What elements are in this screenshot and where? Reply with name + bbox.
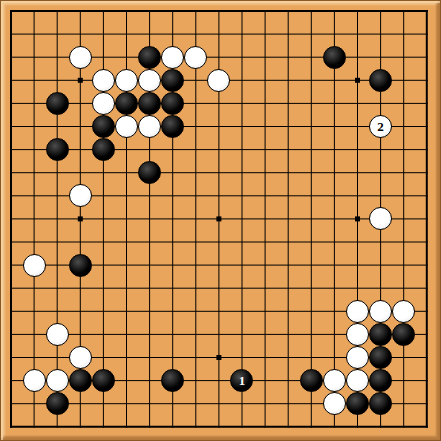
stone-white-D4[interactable] [69, 346, 92, 369]
stones-layer: 21 [0, 0, 438, 438]
stone-white-R14[interactable]: 2 [369, 115, 392, 138]
stone-black-P17[interactable] [323, 46, 346, 69]
stone-white-R6[interactable] [369, 300, 392, 323]
stone-white-S6[interactable] [392, 300, 415, 323]
stone-black-H3[interactable] [161, 369, 184, 392]
stone-black-C15[interactable] [46, 92, 69, 115]
stone-white-Q6[interactable] [346, 300, 369, 323]
stone-white-C5[interactable] [46, 323, 69, 346]
stone-white-E16[interactable] [92, 69, 115, 92]
stone-black-R5[interactable] [369, 323, 392, 346]
stone-black-H16[interactable] [161, 69, 184, 92]
stone-black-S5[interactable] [392, 323, 415, 346]
stone-white-H17[interactable] [161, 46, 184, 69]
stone-black-E3[interactable] [92, 369, 115, 392]
stone-black-R2[interactable] [369, 392, 392, 415]
stone-white-F14[interactable] [115, 115, 138, 138]
stone-white-E15[interactable] [92, 92, 115, 115]
stone-black-G17[interactable] [138, 46, 161, 69]
stone-black-R4[interactable] [369, 346, 392, 369]
stone-black-Q2[interactable] [346, 392, 369, 415]
stone-black-D3[interactable] [69, 369, 92, 392]
stone-black-R16[interactable] [369, 69, 392, 92]
stone-white-P2[interactable] [323, 392, 346, 415]
move-number-label: 2 [377, 120, 384, 133]
stone-white-G16[interactable] [138, 69, 161, 92]
stone-white-Q5[interactable] [346, 323, 369, 346]
stone-black-E13[interactable] [92, 138, 115, 161]
go-board[interactable]: 21 [0, 0, 441, 441]
move-number-label: 1 [239, 374, 246, 387]
stone-white-F16[interactable] [115, 69, 138, 92]
stone-white-D11[interactable] [69, 184, 92, 207]
stone-black-H14[interactable] [161, 115, 184, 138]
stone-black-C13[interactable] [46, 138, 69, 161]
stone-white-K16[interactable] [207, 69, 230, 92]
stone-white-Q4[interactable] [346, 346, 369, 369]
stone-white-P3[interactable] [323, 369, 346, 392]
stone-white-D17[interactable] [69, 46, 92, 69]
stone-black-G12[interactable] [138, 161, 161, 184]
stone-white-J17[interactable] [184, 46, 207, 69]
stone-black-C2[interactable] [46, 392, 69, 415]
stone-white-Q3[interactable] [346, 369, 369, 392]
stone-black-H15[interactable] [161, 92, 184, 115]
stone-black-F15[interactable] [115, 92, 138, 115]
stone-white-G14[interactable] [138, 115, 161, 138]
stone-black-L3[interactable]: 1 [230, 369, 253, 392]
stone-black-G15[interactable] [138, 92, 161, 115]
stone-black-E14[interactable] [92, 115, 115, 138]
stone-white-C3[interactable] [46, 369, 69, 392]
stone-black-O3[interactable] [300, 369, 323, 392]
stone-white-R10[interactable] [369, 207, 392, 230]
stone-black-D8[interactable] [69, 254, 92, 277]
stone-white-B8[interactable] [23, 254, 46, 277]
stone-white-B3[interactable] [23, 369, 46, 392]
stone-black-R3[interactable] [369, 369, 392, 392]
